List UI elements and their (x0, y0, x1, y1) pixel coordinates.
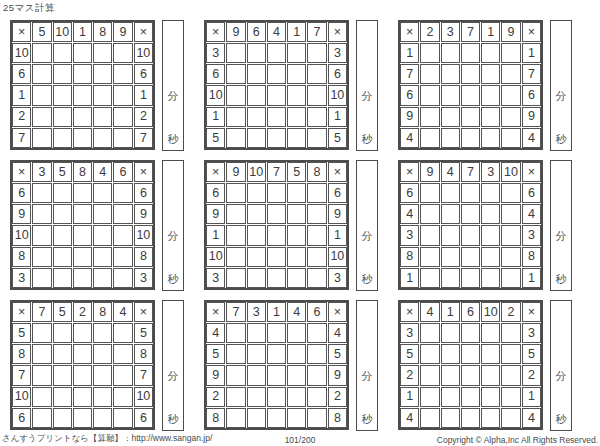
answer-cell[interactable] (32, 204, 51, 224)
row-header-cell: 1 (400, 387, 419, 407)
answer-cell[interactable] (481, 365, 500, 385)
row-header-cell: 8 (400, 247, 419, 267)
answer-cell[interactable] (481, 247, 500, 267)
answer-cell[interactable] (420, 107, 439, 127)
multiplication-grid-1: ×510189×101066112277 (10, 20, 155, 150)
answer-cell[interactable] (501, 323, 520, 343)
answer-cell[interactable] (461, 64, 480, 84)
answer-cell[interactable] (267, 365, 286, 385)
answer-cell[interactable] (461, 408, 480, 428)
answer-cell[interactable] (267, 387, 286, 407)
operator-cell: × (328, 22, 347, 42)
col-header-cell: 1 (73, 22, 92, 42)
answer-cell[interactable] (32, 247, 51, 267)
answer-cell[interactable] (226, 43, 245, 63)
answer-cell[interactable] (226, 247, 245, 267)
col-header-cell: 5 (32, 22, 51, 42)
footer-site-link[interactable]: さんすうプリントなら【算願】：http://www.sangan.jp/ (2, 433, 212, 445)
row-header-cell-right: 6 (522, 183, 541, 203)
answer-cell[interactable] (113, 408, 132, 428)
answer-cell[interactable] (73, 268, 92, 288)
answer-cell[interactable] (501, 204, 520, 224)
answer-cell[interactable] (501, 225, 520, 245)
row-header-cell: 3 (400, 323, 419, 343)
row-header-cell: 10 (206, 247, 225, 267)
answer-cell[interactable] (93, 268, 112, 288)
answer-cell[interactable] (73, 43, 92, 63)
answer-cell[interactable] (441, 64, 460, 84)
answer-cell[interactable] (441, 344, 460, 364)
col-header-cell: 6 (307, 302, 326, 322)
answer-cell[interactable] (501, 183, 520, 203)
answer-cell[interactable] (53, 323, 72, 343)
row-header-cell-right: 4 (522, 128, 541, 148)
answer-cell[interactable] (267, 183, 286, 203)
answer-cell[interactable] (461, 247, 480, 267)
row-header-cell-right: 10 (134, 225, 153, 245)
answer-cell[interactable] (53, 247, 72, 267)
row-header-cell-right: 6 (522, 85, 541, 105)
answer-cell[interactable] (420, 183, 439, 203)
answer-cell[interactable] (226, 408, 245, 428)
answer-cell[interactable] (247, 183, 266, 203)
answer-cell[interactable] (113, 268, 132, 288)
answer-cell[interactable] (441, 225, 460, 245)
col-header-cell: 1 (287, 22, 306, 42)
answer-cell[interactable] (441, 43, 460, 63)
row-header-cell: 3 (12, 268, 31, 288)
answer-cell[interactable] (461, 365, 480, 385)
row-header-cell: 10 (12, 43, 31, 63)
answer-cell[interactable] (247, 387, 266, 407)
answer-cell[interactable] (226, 107, 245, 127)
answer-cell[interactable] (441, 323, 460, 343)
answer-cell[interactable] (113, 387, 132, 407)
row-header-cell: 7 (400, 64, 419, 84)
answer-cell[interactable] (501, 107, 520, 127)
answer-cell[interactable] (73, 323, 92, 343)
answer-cell[interactable] (93, 387, 112, 407)
answer-cell[interactable] (420, 64, 439, 84)
row-header-cell-right: 8 (522, 247, 541, 267)
answer-cell[interactable] (420, 85, 439, 105)
answer-cell[interactable] (307, 107, 326, 127)
answer-cell[interactable] (53, 128, 72, 148)
answer-cell[interactable] (420, 268, 439, 288)
answer-cell[interactable] (461, 204, 480, 224)
answer-cell[interactable] (501, 365, 520, 385)
answer-cell[interactable] (32, 323, 51, 343)
answer-cell[interactable] (420, 344, 439, 364)
answer-cell[interactable] (73, 204, 92, 224)
answer-cell[interactable] (73, 64, 92, 84)
answer-cell[interactable] (32, 85, 51, 105)
answer-cell[interactable] (481, 323, 500, 343)
operator-cell: × (206, 162, 225, 182)
answer-cell[interactable] (287, 408, 306, 428)
answer-cell[interactable] (93, 204, 112, 224)
answer-cell[interactable] (93, 323, 112, 343)
answer-cell[interactable] (53, 107, 72, 127)
multiplication-grid-7: ×75284×558877101066 (10, 300, 155, 430)
answer-cell[interactable] (287, 225, 306, 245)
answer-cell[interactable] (32, 183, 51, 203)
answer-cell[interactable] (247, 128, 266, 148)
operator-cell: × (206, 302, 225, 322)
answer-cell[interactable] (267, 107, 286, 127)
answer-cell[interactable] (226, 365, 245, 385)
answer-cell[interactable] (247, 268, 266, 288)
answer-cell[interactable] (501, 43, 520, 63)
answer-cell[interactable] (247, 323, 266, 343)
answer-cell[interactable] (247, 247, 266, 267)
answer-cell[interactable] (53, 43, 72, 63)
minutes-label: 分 (168, 88, 179, 103)
col-header-cell: 2 (420, 22, 439, 42)
answer-cell[interactable] (420, 204, 439, 224)
answer-cell[interactable] (226, 85, 245, 105)
answer-cell[interactable] (287, 344, 306, 364)
col-header-cell: 10 (53, 22, 72, 42)
col-header-cell: 8 (73, 162, 92, 182)
answer-cell[interactable] (307, 204, 326, 224)
answer-cell[interactable] (93, 64, 112, 84)
answer-cell[interactable] (93, 183, 112, 203)
answer-cell[interactable] (481, 204, 500, 224)
answer-cell[interactable] (267, 247, 286, 267)
answer-cell[interactable] (501, 268, 520, 288)
answer-cell[interactable] (93, 85, 112, 105)
row-header-cell: 10 (206, 85, 225, 105)
row-header-cell: 1 (206, 107, 225, 127)
operator-cell: × (400, 22, 419, 42)
answer-cell[interactable] (226, 344, 245, 364)
answer-cell[interactable] (307, 247, 326, 267)
row-header-cell-right: 4 (522, 204, 541, 224)
answer-cell[interactable] (93, 365, 112, 385)
answer-cell[interactable] (267, 323, 286, 343)
answer-cell[interactable] (420, 387, 439, 407)
row-header-cell: 9 (206, 204, 225, 224)
answer-cell[interactable] (113, 365, 132, 385)
answer-cell[interactable] (441, 128, 460, 148)
operator-cell: × (134, 162, 153, 182)
answer-cell[interactable] (441, 85, 460, 105)
answer-cell[interactable] (461, 387, 480, 407)
row-header-cell-right: 4 (328, 323, 347, 343)
answer-cell[interactable] (267, 268, 286, 288)
row-header-cell-right: 6 (328, 183, 347, 203)
answer-cell[interactable] (113, 344, 132, 364)
answer-cell[interactable] (226, 128, 245, 148)
answer-cell[interactable] (32, 107, 51, 127)
row-header-cell-right: 3 (134, 268, 153, 288)
answer-cell[interactable] (461, 183, 480, 203)
answer-cell[interactable] (441, 408, 460, 428)
timer-box-6: 分 秒 (550, 160, 572, 291)
answer-cell[interactable] (32, 344, 51, 364)
answer-cell[interactable] (247, 225, 266, 245)
answer-cell[interactable] (267, 43, 286, 63)
answer-cell[interactable] (441, 107, 460, 127)
col-header-cell: 8 (307, 162, 326, 182)
answer-cell[interactable] (461, 268, 480, 288)
answer-cell[interactable] (32, 128, 51, 148)
timer-box-1: 分 秒 (162, 20, 184, 151)
answer-cell[interactable] (73, 183, 92, 203)
answer-cell[interactable] (53, 225, 72, 245)
answer-cell[interactable] (93, 43, 112, 63)
operator-cell: × (12, 302, 31, 322)
answer-cell[interactable] (93, 225, 112, 245)
answer-cell[interactable] (247, 204, 266, 224)
answer-cell[interactable] (53, 344, 72, 364)
answer-cell[interactable] (247, 344, 266, 364)
answer-cell[interactable] (73, 344, 92, 364)
answer-cell[interactable] (441, 204, 460, 224)
row-header-cell: 5 (12, 323, 31, 343)
answer-cell[interactable] (53, 85, 72, 105)
answer-cell[interactable] (307, 225, 326, 245)
answer-cell[interactable] (73, 128, 92, 148)
answer-cell[interactable] (481, 183, 500, 203)
answer-cell[interactable] (287, 365, 306, 385)
answer-cell[interactable] (73, 107, 92, 127)
answer-cell[interactable] (267, 225, 286, 245)
answer-cell[interactable] (53, 64, 72, 84)
answer-cell[interactable] (307, 128, 326, 148)
col-header-cell: 9 (113, 22, 132, 42)
answer-cell[interactable] (32, 43, 51, 63)
answer-cell[interactable] (481, 64, 500, 84)
col-header-cell: 7 (461, 162, 480, 182)
answer-cell[interactable] (267, 85, 286, 105)
footer-page-number: 101/200 (285, 435, 316, 445)
answer-cell[interactable] (247, 408, 266, 428)
answer-cell[interactable] (73, 225, 92, 245)
answer-cell[interactable] (267, 408, 286, 428)
answer-cell[interactable] (73, 365, 92, 385)
seconds-label: 秒 (168, 412, 179, 427)
answer-cell[interactable] (73, 387, 92, 407)
answer-cell[interactable] (420, 128, 439, 148)
answer-cell[interactable] (93, 247, 112, 267)
answer-cell[interactable] (481, 225, 500, 245)
operator-cell: × (522, 302, 541, 322)
col-header-cell: 9 (226, 22, 245, 42)
answer-cell[interactable] (226, 387, 245, 407)
answer-cell[interactable] (501, 128, 520, 148)
answer-cell[interactable] (287, 43, 306, 63)
answer-cell[interactable] (113, 85, 132, 105)
row-header-cell-right: 5 (328, 344, 347, 364)
answer-cell[interactable] (247, 107, 266, 127)
answer-cell[interactable] (32, 408, 51, 428)
row-header-cell-right: 10 (328, 247, 347, 267)
answer-cell[interactable] (73, 85, 92, 105)
answer-cell[interactable] (461, 225, 480, 245)
answer-cell[interactable] (307, 408, 326, 428)
col-header-cell: 9 (420, 162, 439, 182)
minutes-label: 分 (168, 368, 179, 383)
answer-cell[interactable] (441, 247, 460, 267)
answer-cell[interactable] (481, 128, 500, 148)
answer-cell[interactable] (226, 64, 245, 84)
answer-cell[interactable] (287, 183, 306, 203)
answer-cell[interactable] (32, 64, 51, 84)
answer-cell[interactable] (113, 128, 132, 148)
answer-cell[interactable] (441, 387, 460, 407)
answer-cell[interactable] (481, 344, 500, 364)
row-header-cell-right: 10 (328, 85, 347, 105)
answer-cell[interactable] (501, 408, 520, 428)
operator-cell: × (328, 162, 347, 182)
seconds-label: 秒 (362, 412, 373, 427)
answer-cell[interactable] (226, 204, 245, 224)
answer-cell[interactable] (53, 365, 72, 385)
answer-cell[interactable] (420, 365, 439, 385)
answer-cell[interactable] (73, 247, 92, 267)
answer-cell[interactable] (267, 64, 286, 84)
answer-cell[interactable] (461, 85, 480, 105)
answer-cell[interactable] (32, 225, 51, 245)
multiplication-grid-3: ×23719×1177669944 (398, 20, 543, 150)
row-header-cell: 1 (12, 85, 31, 105)
answer-cell[interactable] (481, 387, 500, 407)
answer-cell[interactable] (461, 344, 480, 364)
answer-cell[interactable] (53, 204, 72, 224)
answer-cell[interactable] (481, 268, 500, 288)
answer-cell[interactable] (73, 408, 92, 428)
answer-cell[interactable] (420, 408, 439, 428)
answer-cell[interactable] (93, 408, 112, 428)
answer-cell[interactable] (307, 268, 326, 288)
answer-cell[interactable] (441, 183, 460, 203)
answer-cell[interactable] (501, 247, 520, 267)
answer-cell[interactable] (267, 344, 286, 364)
answer-cell[interactable] (53, 183, 72, 203)
answer-cell[interactable] (267, 128, 286, 148)
answer-cell[interactable] (226, 268, 245, 288)
answer-cell[interactable] (247, 64, 266, 84)
col-header-cell: 1 (267, 302, 286, 322)
answer-cell[interactable] (226, 225, 245, 245)
row-header-cell-right: 9 (328, 365, 347, 385)
answer-cell[interactable] (287, 323, 306, 343)
answer-cell[interactable] (307, 365, 326, 385)
answer-cell[interactable] (307, 183, 326, 203)
row-header-cell: 4 (206, 323, 225, 343)
answer-cell[interactable] (226, 323, 245, 343)
answer-cell[interactable] (461, 128, 480, 148)
answer-cell[interactable] (307, 323, 326, 343)
answer-cell[interactable] (247, 365, 266, 385)
answer-cell[interactable] (53, 408, 72, 428)
answer-cell[interactable] (420, 323, 439, 343)
answer-cell[interactable] (501, 64, 520, 84)
answer-cell[interactable] (461, 107, 480, 127)
row-header-cell-right: 1 (328, 107, 347, 127)
answer-cell[interactable] (481, 107, 500, 127)
answer-cell[interactable] (501, 85, 520, 105)
answer-cell[interactable] (93, 128, 112, 148)
answer-cell[interactable] (461, 43, 480, 63)
col-header-cell: 1 (481, 22, 500, 42)
answer-cell[interactable] (287, 268, 306, 288)
answer-cell[interactable] (113, 204, 132, 224)
answer-cell[interactable] (420, 43, 439, 63)
answer-cell[interactable] (93, 107, 112, 127)
answer-cell[interactable] (113, 225, 132, 245)
multiplication-grid-4: ×35846×669910108833 (10, 160, 155, 290)
row-header-cell-right: 9 (328, 204, 347, 224)
row-header-cell: 4 (400, 128, 419, 148)
answer-cell[interactable] (481, 43, 500, 63)
answer-cell[interactable] (113, 183, 132, 203)
answer-cell[interactable] (247, 43, 266, 63)
answer-cell[interactable] (420, 225, 439, 245)
answer-cell[interactable] (501, 344, 520, 364)
answer-cell[interactable] (420, 247, 439, 267)
timer-box-3: 分 秒 (550, 20, 572, 151)
answer-cell[interactable] (113, 64, 132, 84)
answer-cell[interactable] (93, 344, 112, 364)
answer-cell[interactable] (32, 365, 51, 385)
answer-cell[interactable] (53, 268, 72, 288)
answer-cell[interactable] (53, 387, 72, 407)
answer-cell[interactable] (287, 128, 306, 148)
answer-cell[interactable] (307, 85, 326, 105)
timer-box-5: 分 秒 (356, 160, 378, 291)
row-header-cell: 8 (12, 247, 31, 267)
answer-cell[interactable] (287, 64, 306, 84)
answer-cell[interactable] (287, 204, 306, 224)
answer-cell[interactable] (113, 107, 132, 127)
answer-cell[interactable] (113, 247, 132, 267)
answer-cell[interactable] (307, 43, 326, 63)
answer-cell[interactable] (226, 183, 245, 203)
col-header-cell: 9 (501, 22, 520, 42)
answer-cell[interactable] (441, 365, 460, 385)
answer-cell[interactable] (287, 247, 306, 267)
answer-cell[interactable] (501, 387, 520, 407)
answer-cell[interactable] (247, 85, 266, 105)
answer-cell[interactable] (441, 268, 460, 288)
answer-cell[interactable] (307, 64, 326, 84)
answer-cell[interactable] (481, 408, 500, 428)
page-title: 25マス計算 (3, 2, 55, 15)
row-header-cell-right: 7 (522, 64, 541, 84)
answer-cell[interactable] (287, 85, 306, 105)
answer-cell[interactable] (287, 107, 306, 127)
answer-cell[interactable] (113, 323, 132, 343)
answer-cell[interactable] (307, 344, 326, 364)
block-row-3: ×75284×558877101066 分 秒 ×73146×445599228… (10, 300, 572, 431)
answer-cell[interactable] (287, 387, 306, 407)
col-header-cell: 10 (481, 302, 500, 322)
col-header-cell: 9 (226, 162, 245, 182)
answer-cell[interactable] (32, 387, 51, 407)
answer-cell[interactable] (481, 85, 500, 105)
answer-cell[interactable] (32, 268, 51, 288)
answer-cell[interactable] (461, 323, 480, 343)
answer-cell[interactable] (267, 204, 286, 224)
row-header-cell-right: 2 (328, 387, 347, 407)
row-header-cell: 10 (12, 387, 31, 407)
answer-cell[interactable] (113, 43, 132, 63)
col-header-cell: 7 (267, 162, 286, 182)
answer-cell[interactable] (307, 387, 326, 407)
